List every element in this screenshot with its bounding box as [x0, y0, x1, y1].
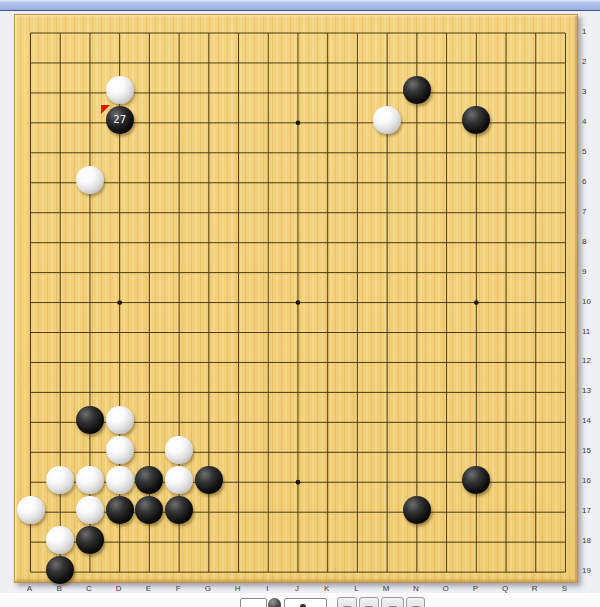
row-label-19: 19 — [582, 567, 591, 575]
stone-white — [17, 496, 45, 524]
row-label-9: 9 — [582, 268, 586, 276]
row-label-6: 6 — [582, 178, 586, 186]
row-label-12: 12 — [582, 357, 591, 365]
stone-white — [46, 466, 74, 494]
nav-button-4[interactable] — [406, 597, 425, 607]
stone-white — [106, 436, 134, 464]
move-number-label: 27 — [113, 115, 126, 125]
row-label-13: 13 — [582, 387, 591, 395]
board-grid — [15, 15, 579, 584]
column-label-D: D — [109, 585, 129, 593]
status-box[interactable] — [284, 598, 327, 607]
stone-black — [403, 496, 431, 524]
stone-black — [76, 406, 104, 434]
column-label-H: H — [228, 585, 248, 593]
row-label-8: 8 — [582, 238, 586, 246]
move-number-input[interactable] — [240, 598, 267, 607]
column-label-Q: Q — [495, 585, 515, 593]
nav-button-2[interactable] — [359, 597, 379, 607]
column-label-I: I — [257, 585, 277, 593]
star-point — [117, 300, 122, 305]
column-label-S: S — [554, 585, 574, 593]
column-label-M: M — [376, 585, 396, 593]
title-bar — [0, 0, 600, 11]
row-label-7: 7 — [582, 208, 586, 216]
stone-white — [76, 496, 104, 524]
row-label-10: 10 — [582, 298, 591, 306]
nav-button-1[interactable] — [337, 597, 357, 607]
row-label-1: 1 — [582, 28, 586, 36]
row-label-14: 14 — [582, 417, 591, 425]
column-label-B: B — [49, 585, 69, 593]
stone-black — [135, 466, 163, 494]
column-label-E: E — [138, 585, 158, 593]
go-board[interactable]: 27 — [14, 14, 578, 583]
stone-black — [195, 466, 223, 494]
column-label-R: R — [525, 585, 545, 593]
stone-white — [165, 436, 193, 464]
column-label-A: A — [20, 585, 40, 593]
row-label-16: 16 — [582, 477, 591, 485]
column-label-G: G — [198, 585, 218, 593]
row-label-3: 3 — [582, 88, 586, 96]
stone-white — [76, 466, 104, 494]
star-point — [474, 300, 479, 305]
stone-black — [135, 496, 163, 524]
column-label-L: L — [346, 585, 366, 593]
column-label-P: P — [465, 585, 485, 593]
stone-black — [76, 526, 104, 554]
stone-white — [46, 526, 74, 554]
column-label-N: N — [406, 585, 426, 593]
row-label-2: 2 — [582, 58, 586, 66]
star-point — [296, 120, 301, 125]
column-label-F: F — [168, 585, 188, 593]
row-label-5: 5 — [582, 148, 586, 156]
stone-black — [46, 556, 74, 584]
stone-black — [106, 496, 134, 524]
column-label-K: K — [317, 585, 337, 593]
column-label-C: C — [79, 585, 99, 593]
row-label-17: 17 — [582, 507, 591, 515]
stone-black — [165, 496, 193, 524]
row-label-15: 15 — [582, 447, 591, 455]
last-move-marker-triangle-icon — [101, 105, 110, 114]
stone-white — [76, 166, 104, 194]
stone-black: 27 — [106, 106, 134, 134]
star-point — [296, 480, 301, 485]
stone-white — [106, 76, 134, 104]
stone-white — [106, 466, 134, 494]
row-label-4: 4 — [582, 118, 586, 126]
nav-button-3[interactable] — [381, 597, 404, 607]
stone-black — [462, 466, 490, 494]
turn-stone-indicator-stone-icon — [268, 598, 281, 607]
column-label-O: O — [436, 585, 456, 593]
row-label-11: 11 — [582, 328, 590, 336]
column-label-J: J — [287, 585, 307, 593]
stone-white — [106, 406, 134, 434]
stone-white — [165, 466, 193, 494]
row-label-18: 18 — [582, 537, 591, 545]
star-point — [296, 300, 301, 305]
bottom-toolbar — [0, 593, 600, 607]
